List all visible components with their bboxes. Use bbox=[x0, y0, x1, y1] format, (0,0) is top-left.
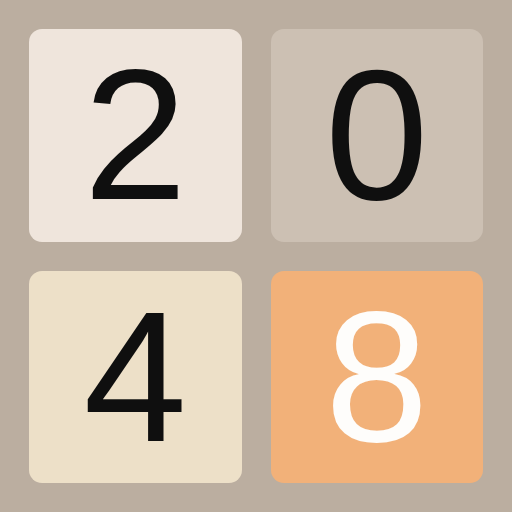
tile-2: 2 bbox=[29, 29, 242, 242]
tile-8: 8 bbox=[271, 271, 484, 484]
tile-0-value: 0 bbox=[325, 42, 428, 228]
tile-4: 4 bbox=[29, 271, 242, 484]
tile-4-value: 4 bbox=[84, 284, 187, 470]
tile-0: 0 bbox=[271, 29, 484, 242]
tile-2-value: 2 bbox=[84, 42, 187, 228]
tile-8-value: 8 bbox=[325, 284, 428, 470]
game-2048-app-icon[interactable]: 2 0 4 8 bbox=[0, 0, 512, 512]
